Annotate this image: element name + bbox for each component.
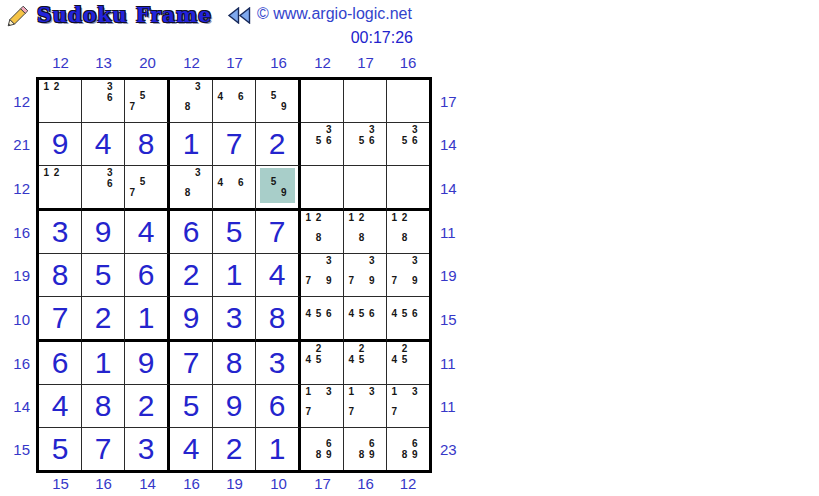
pencil-mark-7: 7 xyxy=(389,406,399,417)
cell-r1c4[interactable]: 38 xyxy=(170,80,213,123)
pencil-mark-1 xyxy=(389,429,399,438)
cell-r4c8[interactable]: 128 xyxy=(344,211,387,254)
pencil-mark-3 xyxy=(62,81,72,92)
pencil-mark-1 xyxy=(389,298,399,308)
cell-value: 7 xyxy=(256,211,298,253)
frame-clue: 17 xyxy=(344,52,387,74)
clues-top: 121320121716121716 xyxy=(39,52,429,74)
cell-r6c9[interactable]: 456 xyxy=(387,297,429,342)
pencil-mark-1 xyxy=(127,167,137,176)
cell-r2c4[interactable]: 1 xyxy=(170,123,213,166)
pencil-mark-2: 2 xyxy=(356,343,366,354)
cell-r7c4[interactable]: 7 xyxy=(170,342,213,385)
pencil-mark-3: 3 xyxy=(324,124,334,135)
copyright-link[interactable]: © www.argio-logic.net xyxy=(257,5,419,23)
pencil-mark-2 xyxy=(356,255,366,266)
pencil-mark-9 xyxy=(324,406,334,417)
cell-value: 6 xyxy=(39,342,81,384)
cell-r8c6[interactable]: 6 xyxy=(256,385,301,428)
pencil-mark-1: 1 xyxy=(303,386,313,397)
pencil-mark-3 xyxy=(410,429,420,438)
pencil-mark-8: 8 xyxy=(313,449,323,460)
cell-r5c5[interactable]: 1 xyxy=(213,254,256,297)
pencil-mark-1 xyxy=(389,124,399,135)
cell-value: 1 xyxy=(82,342,124,384)
pencil-mark-1 xyxy=(303,298,313,308)
pencil-mark-6: 6 xyxy=(410,135,420,146)
pencil-mark-6 xyxy=(367,266,377,275)
cell-r3c2[interactable]: 36 xyxy=(82,166,125,211)
pencil-mark-8: 8 xyxy=(182,101,192,112)
cell-value: 6 xyxy=(170,211,212,253)
cell-r8c9[interactable]: 137 xyxy=(387,385,429,428)
cell-r1c7[interactable] xyxy=(301,80,344,123)
pencil-mark-6 xyxy=(324,266,334,275)
frame-clue: 12 xyxy=(387,474,429,494)
pencil-marks: 128 xyxy=(389,212,420,243)
pencil-mark-2: 2 xyxy=(313,212,323,223)
pencil-mark-8 xyxy=(51,102,61,112)
pencil-mark-1 xyxy=(303,429,313,438)
cell-r3c4[interactable]: 38 xyxy=(170,166,213,211)
sudoku-board: 1236573846599481723563563561236573846593… xyxy=(36,77,432,473)
cell-value: 5 xyxy=(213,211,255,253)
pencil-mark-3: 3 xyxy=(193,81,203,92)
cell-r7c1[interactable]: 6 xyxy=(39,342,82,385)
frame-clue: 16 xyxy=(0,342,30,385)
frame-clue: 11 xyxy=(440,342,470,385)
cell-value: 5 xyxy=(39,428,81,470)
pencil-mark-4 xyxy=(389,135,399,146)
pencil-mark-8 xyxy=(313,275,323,286)
cell-value: 9 xyxy=(170,297,212,339)
pencil-mark-5: 5 xyxy=(399,135,409,146)
cell-r8c4[interactable]: 5 xyxy=(170,385,213,428)
pencil-mark-9: 9 xyxy=(279,101,289,112)
pencil-mark-4 xyxy=(303,223,313,232)
cell-r5c7[interactable]: 379 xyxy=(301,254,344,297)
cell-value: 9 xyxy=(82,211,124,253)
pencil-mark-4 xyxy=(172,92,182,101)
cell-r5c8[interactable]: 379 xyxy=(344,254,387,297)
pencil-mark-6 xyxy=(62,92,72,102)
cell-r7c3[interactable]: 9 xyxy=(125,342,170,385)
double-left-arrow-icon[interactable] xyxy=(227,7,251,24)
cell-value: 9 xyxy=(213,385,255,427)
cell-value: 7 xyxy=(213,123,255,165)
pencil-mark-3 xyxy=(410,298,420,308)
cell-r3c6[interactable]: 59 xyxy=(256,166,301,211)
pencil-mark-9: 9 xyxy=(367,449,377,460)
cell-r8c1[interactable]: 4 xyxy=(39,385,82,428)
pencil-mark-8 xyxy=(356,365,366,374)
cell-r9c6[interactable]: 1 xyxy=(256,428,301,470)
pencil-mark-7 xyxy=(41,188,51,198)
cell-r6c1[interactable]: 7 xyxy=(39,297,82,342)
pencil-mark-5 xyxy=(399,266,409,275)
cell-r4c3[interactable]: 4 xyxy=(125,211,170,254)
pencil-mark-3 xyxy=(236,81,246,91)
pencil-mark-4: 4 xyxy=(346,308,356,319)
pencil-mark-8: 8 xyxy=(182,187,192,198)
pencil-mark-7 xyxy=(346,365,356,374)
cell-r9c3[interactable]: 3 xyxy=(125,428,170,470)
cell-r1c9[interactable] xyxy=(387,80,429,123)
pencil-mark-3 xyxy=(324,429,334,438)
pencil-mark-8 xyxy=(356,406,366,417)
pencil-mark-4 xyxy=(346,266,356,275)
frame-clue: 12 xyxy=(170,52,213,74)
cell-r1c5[interactable]: 46 xyxy=(213,80,256,123)
cell-r2c5[interactable]: 7 xyxy=(213,123,256,166)
pencil-mark-2 xyxy=(399,124,409,135)
pencil-mark-7 xyxy=(346,146,356,155)
pencil-mark-1 xyxy=(84,167,94,178)
pencil-marks: 456 xyxy=(389,298,420,329)
cell-value: 8 xyxy=(82,385,124,427)
cell-r5c1[interactable]: 8 xyxy=(39,254,82,297)
pencil-mark-4 xyxy=(389,438,399,449)
cell-r7c8[interactable]: 245 xyxy=(344,342,387,385)
pencil-mark-2: 2 xyxy=(399,343,409,354)
cell-r6c8[interactable]: 456 xyxy=(344,297,387,342)
cell-r1c2[interactable]: 36 xyxy=(82,80,125,123)
pencil-marks: 137 xyxy=(303,386,334,417)
pencil-mark-5: 5 xyxy=(399,354,409,365)
pencil-mark-5 xyxy=(356,266,366,275)
cell-r5c3[interactable]: 6 xyxy=(125,254,170,297)
pencil-mark-7 xyxy=(346,319,356,329)
pencil-mark-1 xyxy=(346,429,356,438)
pencil-mark-9 xyxy=(105,189,115,198)
sudoku-frame-page: Sudoku Frame © www.argio-logic.net 00:17… xyxy=(0,0,819,496)
pencil-mark-3 xyxy=(367,343,377,354)
pencil-mark-8: 8 xyxy=(356,449,366,460)
cell-r9c8[interactable]: 689 xyxy=(344,428,387,470)
cell-r4c7[interactable]: 128 xyxy=(301,211,344,254)
cell-r4c5[interactable]: 5 xyxy=(213,211,256,254)
cell-r3c1[interactable]: 12 xyxy=(39,166,82,211)
cell-r5c2[interactable]: 5 xyxy=(82,254,125,297)
frame-clue: 20 xyxy=(125,52,170,74)
cell-r2c3[interactable]: 8 xyxy=(125,123,170,166)
frame-clue: 15 xyxy=(39,474,82,494)
pencil-mark-4 xyxy=(84,178,94,189)
cell-r2c1[interactable]: 9 xyxy=(39,123,82,166)
pencil-mark-8 xyxy=(313,319,323,329)
pencil-mark-1 xyxy=(389,343,399,354)
frame-clue: 19 xyxy=(440,254,470,297)
pencil-mark-9 xyxy=(105,103,115,112)
pencil-mark-5 xyxy=(51,178,61,188)
pencil-mark-2 xyxy=(268,81,278,90)
pencil-mark-7 xyxy=(303,146,313,155)
pencil-mark-6 xyxy=(410,397,420,406)
pencil-mark-2 xyxy=(225,167,235,177)
cell-r5c9[interactable]: 379 xyxy=(387,254,429,297)
pencil-mark-5 xyxy=(94,178,104,189)
pencil-mark-1: 1 xyxy=(41,167,51,178)
pencil-mark-4 xyxy=(127,90,137,101)
cell-r1c3[interactable]: 57 xyxy=(125,80,170,123)
clues-right: 171414111915111123 xyxy=(440,80,470,470)
pencil-mark-1: 1 xyxy=(346,212,356,223)
cell-r4c2[interactable]: 9 xyxy=(82,211,125,254)
cell-r1c8[interactable] xyxy=(344,80,387,123)
pencil-mark-3 xyxy=(279,167,289,176)
pencil-mark-9: 9 xyxy=(367,275,377,286)
pencil-mark-6: 6 xyxy=(324,438,334,449)
pencil-mark-4 xyxy=(303,135,313,146)
pencil-mark-2 xyxy=(94,81,104,92)
frame-clue: 16 xyxy=(170,474,213,494)
pencil-mark-3: 3 xyxy=(367,386,377,397)
cell-r3c3[interactable]: 57 xyxy=(125,166,170,211)
cell-value: 2 xyxy=(256,123,298,165)
pencil-mark-3: 3 xyxy=(410,386,420,397)
pencil-mark-8 xyxy=(268,187,278,198)
pencil-mark-4: 4 xyxy=(346,354,356,365)
cell-value: 8 xyxy=(256,297,298,339)
pencil-mark-1: 1 xyxy=(41,81,51,92)
pencil-mark-8: 8 xyxy=(399,232,409,243)
pencil-marks: 59 xyxy=(258,167,289,198)
cell-r3c8[interactable] xyxy=(344,166,387,211)
frame-clue: 23 xyxy=(440,428,470,470)
pencil-mark-3 xyxy=(324,343,334,354)
pencil-marks: 689 xyxy=(303,429,334,460)
pencil-mark-3: 3 xyxy=(324,386,334,397)
pencil-mark-2 xyxy=(313,429,323,438)
cell-value: 5 xyxy=(170,385,212,427)
cell-value: 3 xyxy=(256,342,298,384)
cell-r9c7[interactable]: 689 xyxy=(301,428,344,470)
cell-r8c2[interactable]: 8 xyxy=(82,385,125,428)
pencil-mark-1: 1 xyxy=(346,386,356,397)
pencil-mark-9 xyxy=(367,319,377,329)
cell-value: 1 xyxy=(256,428,298,470)
pencil-mark-9: 9 xyxy=(324,275,334,286)
pencil-mark-9 xyxy=(193,187,203,198)
cell-value: 3 xyxy=(125,428,167,470)
pencil-mark-2 xyxy=(137,81,147,90)
cell-r7c7[interactable]: 245 xyxy=(301,342,344,385)
pencil-mark-2 xyxy=(356,298,366,308)
pencil-mark-2 xyxy=(399,255,409,266)
cell-value: 3 xyxy=(213,297,255,339)
pencil-mark-6: 6 xyxy=(105,92,115,103)
cell-r3c5[interactable]: 46 xyxy=(213,166,256,211)
cell-r7c9[interactable]: 245 xyxy=(387,342,429,385)
cell-r5c4[interactable]: 2 xyxy=(170,254,213,297)
cell-r5c6[interactable]: 4 xyxy=(256,254,301,297)
pencil-mark-5: 5 xyxy=(356,308,366,319)
pencil-mark-1 xyxy=(215,81,225,91)
cell-r8c8[interactable]: 137 xyxy=(344,385,387,428)
pencil-mark-9 xyxy=(367,406,377,417)
pencil-mark-9 xyxy=(324,146,334,155)
pencil-mark-7 xyxy=(215,102,225,112)
pencil-mark-7 xyxy=(84,103,94,112)
pencil-mark-8: 8 xyxy=(356,232,366,243)
cell-r9c5[interactable]: 2 xyxy=(213,428,256,470)
frame-clue: 19 xyxy=(0,254,30,297)
pencil-mark-2 xyxy=(268,167,278,176)
pencil-mark-5 xyxy=(313,266,323,275)
cell-r8c3[interactable]: 2 xyxy=(125,385,170,428)
pencil-marks: 46 xyxy=(215,81,246,112)
pencil-mark-5 xyxy=(182,92,192,101)
pencil-mark-3 xyxy=(324,212,334,223)
pencil-mark-3 xyxy=(410,212,420,223)
pencil-mark-1 xyxy=(303,255,313,266)
pencil-mark-3 xyxy=(367,429,377,438)
pencil-mark-8 xyxy=(356,319,366,329)
pencil-mark-2 xyxy=(225,81,235,91)
cell-r9c1[interactable]: 5 xyxy=(39,428,82,470)
pencil-mark-5 xyxy=(94,92,104,103)
pencil-mark-9 xyxy=(62,102,72,112)
cell-value: 4 xyxy=(39,385,81,427)
pencil-mark-9: 9 xyxy=(279,187,289,198)
pencil-mark-4: 4 xyxy=(389,354,399,365)
pencil-mark-7 xyxy=(346,232,356,243)
pencil-mark-9 xyxy=(236,102,246,112)
pencil-mark-4 xyxy=(84,92,94,103)
pencil-mark-8 xyxy=(399,146,409,155)
cell-r6c5[interactable]: 3 xyxy=(213,297,256,342)
cell-r9c2[interactable]: 7 xyxy=(82,428,125,470)
pencil-mark-8 xyxy=(313,406,323,417)
pencil-mark-4 xyxy=(389,223,399,232)
pencil-mark-6: 6 xyxy=(236,177,246,188)
cell-r4c6[interactable]: 7 xyxy=(256,211,301,254)
pencil-mark-8 xyxy=(225,188,235,198)
cell-r9c9[interactable]: 689 xyxy=(387,428,429,470)
pencil-mark-6: 6 xyxy=(324,135,334,146)
cell-value: 9 xyxy=(125,342,167,384)
cell-r4c1[interactable]: 3 xyxy=(39,211,82,254)
pencil-mark-6 xyxy=(279,176,289,187)
cell-r6c4[interactable]: 9 xyxy=(170,297,213,342)
pencil-mark-8: 8 xyxy=(313,232,323,243)
pencil-mark-7 xyxy=(215,188,225,198)
cell-r6c3[interactable]: 1 xyxy=(125,297,170,342)
pencil-mark-3 xyxy=(236,167,246,177)
cell-value: 7 xyxy=(82,428,124,470)
pencil-mark-8 xyxy=(268,101,278,112)
cell-r4c4[interactable]: 6 xyxy=(170,211,213,254)
cell-value: 7 xyxy=(39,297,81,339)
pencil-mark-1: 1 xyxy=(389,212,399,223)
cell-value: 6 xyxy=(125,254,167,296)
cell-r6c2[interactable]: 2 xyxy=(82,297,125,342)
cell-r2c8[interactable]: 356 xyxy=(344,123,387,166)
cell-value: 6 xyxy=(256,385,298,427)
cell-r3c9[interactable] xyxy=(387,166,429,211)
frame-clue: 12 xyxy=(0,166,30,211)
pencil-marks: 379 xyxy=(303,255,334,286)
pencil-mark-5 xyxy=(399,397,409,406)
pencil-mark-4 xyxy=(346,135,356,146)
pencil-mark-8 xyxy=(356,275,366,286)
pencil-mark-7: 7 xyxy=(346,275,356,286)
cell-r1c6[interactable]: 59 xyxy=(256,80,301,123)
pencil-mark-7 xyxy=(389,319,399,329)
pencil-mark-4 xyxy=(127,176,137,187)
cell-r7c6[interactable]: 3 xyxy=(256,342,301,385)
cell-r8c7[interactable]: 137 xyxy=(301,385,344,428)
clues-bottom: 151614161910171612 xyxy=(39,474,429,494)
pencil-mark-9 xyxy=(148,101,158,112)
pencil-mark-4: 4 xyxy=(303,308,313,319)
pencil-mark-2 xyxy=(399,298,409,308)
frame-clue: 14 xyxy=(125,474,170,494)
pencil-mark-8 xyxy=(399,406,409,417)
cell-r7c2[interactable]: 1 xyxy=(82,342,125,385)
pencil-mark-9 xyxy=(324,365,334,374)
pencil-mark-9 xyxy=(410,146,420,155)
cell-r2c2[interactable]: 4 xyxy=(82,123,125,166)
pencil-mark-4 xyxy=(258,90,268,101)
pencil-mark-2 xyxy=(399,429,409,438)
pencil-marks: 137 xyxy=(389,386,420,417)
pencil-marks: 245 xyxy=(389,343,420,374)
pencil-marks: 57 xyxy=(127,81,158,112)
pencil-marks: 12 xyxy=(41,81,72,112)
cell-r2c9[interactable]: 356 xyxy=(387,123,429,166)
pencil-mark-2 xyxy=(399,386,409,397)
cell-r2c6[interactable]: 2 xyxy=(256,123,301,166)
pencil-marks: 59 xyxy=(258,81,289,112)
pencil-mark-6 xyxy=(62,178,72,188)
cell-r3c7[interactable] xyxy=(301,166,344,211)
frame-clue: 16 xyxy=(256,52,301,74)
pencil-mark-6 xyxy=(279,90,289,101)
pencil-mark-6: 6 xyxy=(105,178,115,189)
pencil-mark-5: 5 xyxy=(268,176,278,187)
cell-r1c1[interactable]: 12 xyxy=(39,80,82,123)
frame-clue: 11 xyxy=(440,385,470,428)
pencil-mark-6 xyxy=(410,223,420,232)
frame-clue: 11 xyxy=(440,211,470,254)
pencil-mark-8 xyxy=(225,102,235,112)
pencil-mark-6 xyxy=(367,223,377,232)
timer: 00:17:26 xyxy=(256,29,413,47)
pencil-mark-9 xyxy=(367,146,377,155)
pencil-mark-3: 3 xyxy=(105,81,115,92)
pencil-mark-2: 2 xyxy=(399,212,409,223)
cell-r6c7[interactable]: 456 xyxy=(301,297,344,342)
cell-value: 1 xyxy=(213,254,255,296)
cell-value: 1 xyxy=(125,297,167,339)
pencil-mark-5 xyxy=(313,223,323,232)
cell-r6c6[interactable]: 8 xyxy=(256,297,301,342)
cell-r7c5[interactable]: 8 xyxy=(213,342,256,385)
cell-r8c5[interactable]: 9 xyxy=(213,385,256,428)
pencil-mark-4 xyxy=(303,438,313,449)
pencil-mark-9 xyxy=(148,187,158,198)
pencil-mark-5 xyxy=(356,438,366,449)
pencil-mark-7 xyxy=(172,187,182,198)
cell-r4c9[interactable]: 128 xyxy=(387,211,429,254)
cell-r9c4[interactable]: 4 xyxy=(170,428,213,470)
pencil-marks: 245 xyxy=(303,343,334,374)
cell-value: 8 xyxy=(125,123,167,165)
pencil-mark-8 xyxy=(313,146,323,155)
cell-r2c7[interactable]: 356 xyxy=(301,123,344,166)
pencil-mark-2 xyxy=(313,255,323,266)
